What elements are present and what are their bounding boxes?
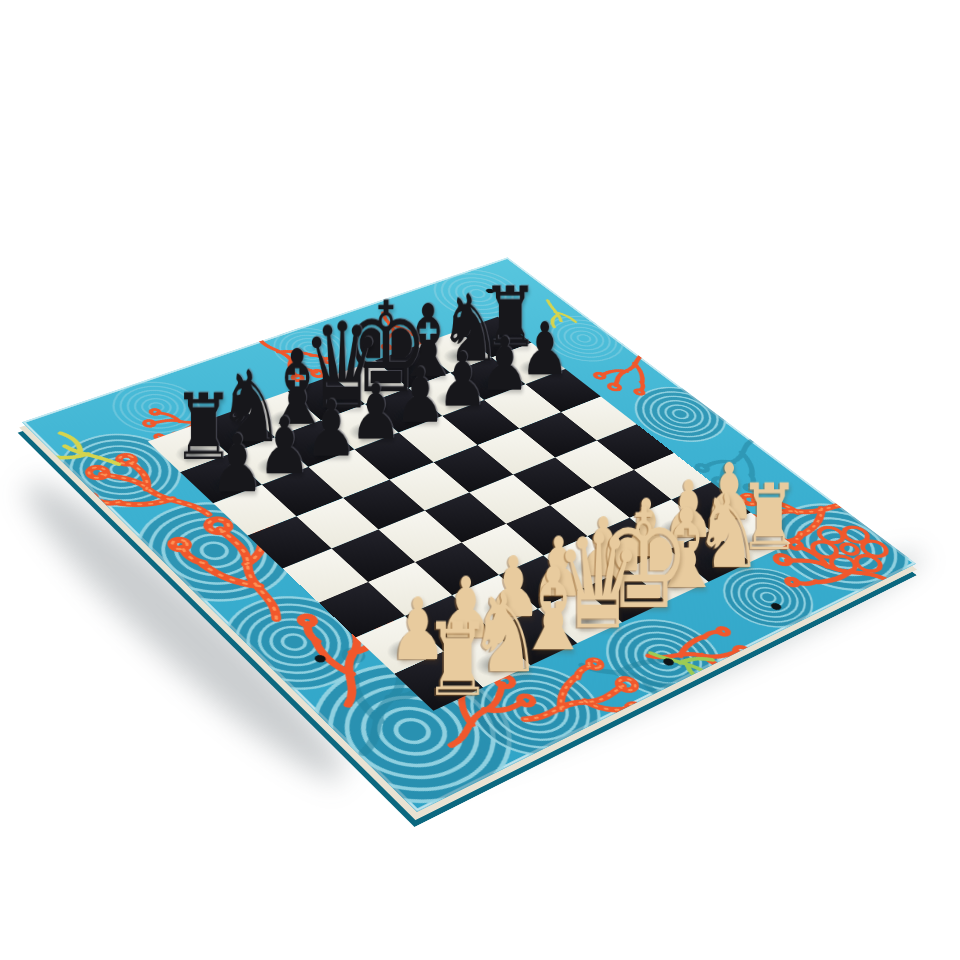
piece-black-pawn-b7[interactable]: ♟ — [258, 409, 311, 482]
chess-board: ♜♞♝♛♚♝♞♜♟♟♟♟♟♟♟♟♟♟♟♟♟♟♟♟♜♞♝♛♚♝♞♜ — [22, 258, 916, 812]
product-photo-stage: ♜♞♝♛♚♝♞♜♟♟♟♟♟♟♟♟♟♟♟♟♟♟♟♟♜♞♝♛♚♝♞♜ — [0, 0, 960, 960]
piece-black-pawn-d7[interactable]: ♟ — [350, 376, 402, 447]
perspective-scene: ♜♞♝♛♚♝♞♜♟♟♟♟♟♟♟♟♟♟♟♟♟♟♟♟♜♞♝♛♚♝♞♜ — [0, 0, 960, 960]
piece-black-pawn-a7[interactable]: ♟ — [210, 426, 264, 500]
piece-white-rook-a1[interactable]: ♜ — [423, 613, 492, 706]
piece-black-pawn-c7[interactable]: ♟ — [304, 392, 357, 464]
